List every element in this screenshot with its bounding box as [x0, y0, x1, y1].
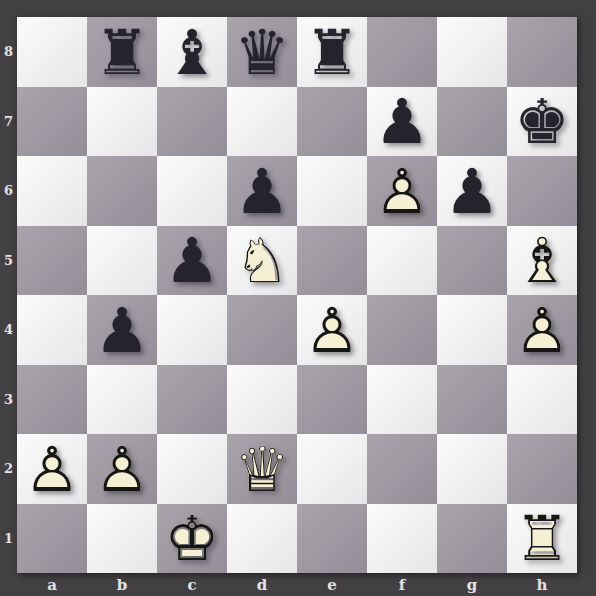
square-f7[interactable]: ♟ — [367, 87, 437, 157]
rank-label-5: 5 — [0, 226, 17, 296]
square-d4[interactable] — [227, 295, 297, 365]
white-pawn[interactable]: ♟♙ — [87, 435, 157, 505]
square-g7[interactable] — [437, 87, 507, 157]
square-a5[interactable] — [17, 226, 87, 296]
square-e5[interactable] — [297, 226, 367, 296]
square-g5[interactable] — [437, 226, 507, 296]
file-label-g: g — [437, 573, 507, 596]
square-a1[interactable] — [17, 504, 87, 574]
square-d7[interactable] — [227, 87, 297, 157]
rank-label-3: 3 — [0, 365, 17, 435]
piece-outline: ♖ — [514, 508, 570, 570]
white-bishop[interactable]: ♝♗ — [507, 227, 577, 297]
square-f4[interactable] — [367, 295, 437, 365]
square-e1[interactable] — [297, 504, 367, 574]
square-h6[interactable] — [507, 156, 577, 226]
square-e4[interactable]: ♟♙ — [297, 295, 367, 365]
piece-outline: ♘ — [234, 230, 290, 292]
square-g4[interactable] — [437, 295, 507, 365]
piece-outline: ♙ — [304, 300, 360, 362]
square-h7[interactable]: ♚ — [507, 87, 577, 157]
file-label-d: d — [227, 573, 297, 596]
black-rook[interactable]: ♜ — [87, 18, 157, 88]
black-king[interactable]: ♚ — [507, 88, 577, 158]
piece-outline: ♔ — [164, 508, 220, 570]
rank-label-7: 7 — [0, 87, 17, 157]
piece-outline: ♗ — [514, 230, 570, 292]
square-g1[interactable] — [437, 504, 507, 574]
square-e6[interactable] — [297, 156, 367, 226]
white-pawn[interactable]: ♟♙ — [507, 296, 577, 366]
square-h3[interactable] — [507, 365, 577, 435]
square-e3[interactable] — [297, 365, 367, 435]
black-pawn[interactable]: ♟ — [157, 227, 227, 297]
square-b3[interactable] — [87, 365, 157, 435]
square-g6[interactable]: ♟ — [437, 156, 507, 226]
white-queen[interactable]: ♛♕ — [227, 435, 297, 505]
file-labels: abcdefgh — [17, 573, 577, 596]
black-bishop[interactable]: ♝ — [157, 18, 227, 88]
square-a2[interactable]: ♟♙ — [17, 434, 87, 504]
square-e7[interactable] — [297, 87, 367, 157]
square-b5[interactable] — [87, 226, 157, 296]
rank-label-4: 4 — [0, 295, 17, 365]
piece-outline: ♙ — [24, 439, 80, 501]
square-h8[interactable] — [507, 17, 577, 87]
piece-outline: ♙ — [374, 161, 430, 223]
file-label-f: f — [367, 573, 437, 596]
square-f2[interactable] — [367, 434, 437, 504]
square-e2[interactable] — [297, 434, 367, 504]
black-pawn[interactable]: ♟ — [87, 296, 157, 366]
square-b6[interactable] — [87, 156, 157, 226]
square-h4[interactable]: ♟♙ — [507, 295, 577, 365]
file-label-e: e — [297, 573, 367, 596]
file-label-a: a — [17, 573, 87, 596]
square-d8[interactable]: ♛ — [227, 17, 297, 87]
white-king[interactable]: ♚♔ — [157, 505, 227, 575]
square-c2[interactable] — [157, 434, 227, 504]
square-g8[interactable] — [437, 17, 507, 87]
black-pawn[interactable]: ♟ — [367, 88, 437, 158]
square-h2[interactable] — [507, 434, 577, 504]
square-c3[interactable] — [157, 365, 227, 435]
file-label-c: c — [157, 573, 227, 596]
black-pawn[interactable]: ♟ — [437, 157, 507, 227]
square-b7[interactable] — [87, 87, 157, 157]
piece-outline: ♙ — [94, 439, 150, 501]
square-b1[interactable] — [87, 504, 157, 574]
file-label-b: b — [87, 573, 157, 596]
piece-outline: ♕ — [234, 439, 290, 501]
white-rook[interactable]: ♜♖ — [507, 505, 577, 575]
square-g2[interactable] — [437, 434, 507, 504]
square-c7[interactable] — [157, 87, 227, 157]
square-d2[interactable]: ♛♕ — [227, 434, 297, 504]
board: ♜♝♛♜♟♚♟♟♙♟♟♞♘♝♗♟♟♙♟♙♟♙♟♙♛♕♚♔♜♖ — [17, 17, 577, 573]
rank-label-8: 8 — [0, 17, 17, 87]
square-d1[interactable] — [227, 504, 297, 574]
chessboard-frame: 87654321 ♜♝♛♜♟♚♟♟♙♟♟♞♘♝♗♟♟♙♟♙♟♙♟♙♛♕♚♔♜♖ … — [0, 0, 596, 596]
square-a7[interactable] — [17, 87, 87, 157]
square-a6[interactable] — [17, 156, 87, 226]
rank-labels: 87654321 — [0, 17, 17, 573]
square-f5[interactable] — [367, 226, 437, 296]
square-h5[interactable]: ♝♗ — [507, 226, 577, 296]
white-pawn[interactable]: ♟♙ — [297, 296, 367, 366]
square-h1[interactable]: ♜♖ — [507, 504, 577, 574]
square-a3[interactable] — [17, 365, 87, 435]
white-knight[interactable]: ♞♘ — [227, 227, 297, 297]
square-c1[interactable]: ♚♔ — [157, 504, 227, 574]
file-label-h: h — [507, 573, 577, 596]
square-f8[interactable] — [367, 17, 437, 87]
square-c6[interactable] — [157, 156, 227, 226]
piece-outline: ♙ — [514, 300, 570, 362]
square-b2[interactable]: ♟♙ — [87, 434, 157, 504]
square-c4[interactable] — [157, 295, 227, 365]
black-queen[interactable]: ♛ — [227, 18, 297, 88]
black-rook[interactable]: ♜ — [297, 18, 367, 88]
square-d3[interactable] — [227, 365, 297, 435]
square-a8[interactable] — [17, 17, 87, 87]
rank-label-2: 2 — [0, 434, 17, 504]
square-c5[interactable]: ♟ — [157, 226, 227, 296]
square-e8[interactable]: ♜ — [297, 17, 367, 87]
square-f3[interactable] — [367, 365, 437, 435]
square-b4[interactable]: ♟ — [87, 295, 157, 365]
square-c8[interactable]: ♝ — [157, 17, 227, 87]
square-g3[interactable] — [437, 365, 507, 435]
white-pawn[interactable]: ♟♙ — [17, 435, 87, 505]
rank-label-6: 6 — [0, 156, 17, 226]
square-d5[interactable]: ♞♘ — [227, 226, 297, 296]
black-pawn[interactable]: ♟ — [227, 157, 297, 227]
square-b8[interactable]: ♜ — [87, 17, 157, 87]
square-a4[interactable] — [17, 295, 87, 365]
square-d6[interactable]: ♟ — [227, 156, 297, 226]
rank-label-1: 1 — [0, 504, 17, 574]
white-pawn[interactable]: ♟♙ — [367, 157, 437, 227]
square-f6[interactable]: ♟♙ — [367, 156, 437, 226]
square-f1[interactable] — [367, 504, 437, 574]
